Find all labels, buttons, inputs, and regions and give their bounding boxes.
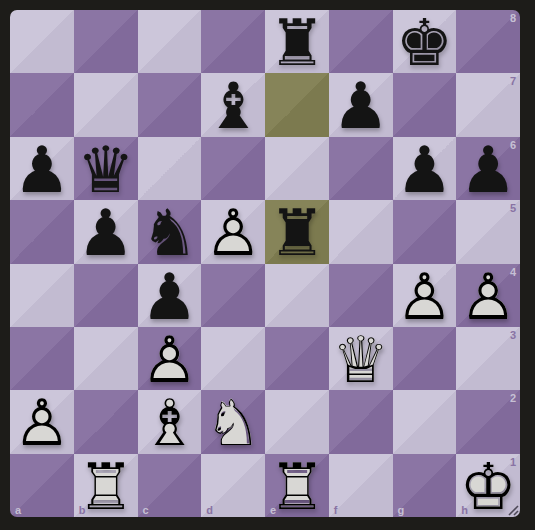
square-e4[interactable] xyxy=(265,264,329,327)
white-pawn-icon[interactable]: ♟♙ xyxy=(138,327,202,390)
square-c4[interactable]: ♟ xyxy=(138,264,202,327)
square-h7[interactable]: 7 xyxy=(456,73,520,136)
square-b7[interactable] xyxy=(74,73,138,136)
white-bishop-icon[interactable]: ♝♗ xyxy=(138,390,202,453)
white-pawn-icon[interactable]: ♟♙ xyxy=(201,200,265,263)
square-a7[interactable] xyxy=(10,73,74,136)
black-king-icon[interactable]: ♚ xyxy=(393,10,457,73)
white-pawn-icon[interactable]: ♟♙ xyxy=(456,264,520,327)
square-g8[interactable]: ♚ xyxy=(393,10,457,73)
square-d4[interactable] xyxy=(201,264,265,327)
board-resize-handle-icon[interactable] xyxy=(506,503,519,516)
square-e5[interactable]: ♜ xyxy=(265,200,329,263)
square-a8[interactable] xyxy=(10,10,74,73)
square-b8[interactable] xyxy=(74,10,138,73)
square-d3[interactable] xyxy=(201,327,265,390)
black-pawn-icon[interactable]: ♟ xyxy=(138,264,202,327)
square-g2[interactable] xyxy=(393,390,457,453)
square-c7[interactable] xyxy=(138,73,202,136)
black-queen-icon[interactable]: ♛ xyxy=(74,137,138,200)
square-h6[interactable]: 6♟ xyxy=(456,137,520,200)
white-pawn-icon[interactable]: ♟♙ xyxy=(10,390,74,453)
chess-board: ♜♚8♝♟7♟♛♟6♟♟♞♟♙♜5♟♟♙4♟♙♟♙♛♕3♟♙♝♗♞♘2ab♜♖c… xyxy=(10,10,520,517)
square-c5[interactable]: ♞ xyxy=(138,200,202,263)
square-b6[interactable]: ♛ xyxy=(74,137,138,200)
square-f8[interactable] xyxy=(329,10,393,73)
square-f4[interactable] xyxy=(329,264,393,327)
black-knight-icon[interactable]: ♞ xyxy=(138,200,202,263)
square-c2[interactable]: ♝♗ xyxy=(138,390,202,453)
square-b3[interactable] xyxy=(74,327,138,390)
white-knight-icon[interactable]: ♞♘ xyxy=(201,390,265,453)
square-b5[interactable]: ♟ xyxy=(74,200,138,263)
black-rook-icon[interactable]: ♜ xyxy=(265,200,329,263)
square-h4[interactable]: 4♟♙ xyxy=(456,264,520,327)
black-pawn-icon[interactable]: ♟ xyxy=(329,73,393,136)
square-h8[interactable]: 8 xyxy=(456,10,520,73)
white-pawn-icon[interactable]: ♟♙ xyxy=(393,264,457,327)
square-d8[interactable] xyxy=(201,10,265,73)
square-a6[interactable]: ♟ xyxy=(10,137,74,200)
square-a3[interactable] xyxy=(10,327,74,390)
square-a4[interactable] xyxy=(10,264,74,327)
white-rook-icon[interactable]: ♜♖ xyxy=(74,454,138,517)
square-f6[interactable] xyxy=(329,137,393,200)
square-f1[interactable]: f xyxy=(329,454,393,517)
square-e1[interactable]: e♜♖ xyxy=(265,454,329,517)
square-a5[interactable] xyxy=(10,200,74,263)
rank-label-7: 7 xyxy=(510,75,516,87)
square-b2[interactable] xyxy=(74,390,138,453)
white-rook-icon[interactable]: ♜♖ xyxy=(265,454,329,517)
square-b1[interactable]: b♜♖ xyxy=(74,454,138,517)
square-c1[interactable]: c xyxy=(138,454,202,517)
square-g6[interactable]: ♟ xyxy=(393,137,457,200)
rank-label-5: 5 xyxy=(510,202,516,214)
square-g1[interactable]: g xyxy=(393,454,457,517)
square-b4[interactable] xyxy=(74,264,138,327)
square-f7[interactable]: ♟ xyxy=(329,73,393,136)
white-queen-icon[interactable]: ♛♕ xyxy=(329,327,393,390)
square-e8[interactable]: ♜ xyxy=(265,10,329,73)
file-label-a: a xyxy=(15,504,21,516)
square-h2[interactable]: 2 xyxy=(456,390,520,453)
square-a2[interactable]: ♟♙ xyxy=(10,390,74,453)
black-pawn-icon[interactable]: ♟ xyxy=(393,137,457,200)
square-c3[interactable]: ♟♙ xyxy=(138,327,202,390)
rank-label-2: 2 xyxy=(510,392,516,404)
black-rook-icon[interactable]: ♜ xyxy=(265,10,329,73)
file-label-f: f xyxy=(334,504,338,516)
square-g3[interactable] xyxy=(393,327,457,390)
file-label-c: c xyxy=(143,504,149,516)
square-a1[interactable]: a xyxy=(10,454,74,517)
square-d2[interactable]: ♞♘ xyxy=(201,390,265,453)
square-e7[interactable] xyxy=(265,73,329,136)
square-c6[interactable] xyxy=(138,137,202,200)
square-f3[interactable]: ♛♕ xyxy=(329,327,393,390)
square-h5[interactable]: 5 xyxy=(456,200,520,263)
black-pawn-icon[interactable]: ♟ xyxy=(456,137,520,200)
square-c8[interactable] xyxy=(138,10,202,73)
rank-label-3: 3 xyxy=(510,329,516,341)
rank-label-8: 8 xyxy=(510,12,516,24)
square-e6[interactable] xyxy=(265,137,329,200)
square-d7[interactable]: ♝ xyxy=(201,73,265,136)
black-pawn-icon[interactable]: ♟ xyxy=(10,137,74,200)
square-f2[interactable] xyxy=(329,390,393,453)
square-h3[interactable]: 3 xyxy=(456,327,520,390)
square-g7[interactable] xyxy=(393,73,457,136)
square-d5[interactable]: ♟♙ xyxy=(201,200,265,263)
file-label-d: d xyxy=(206,504,213,516)
square-f5[interactable] xyxy=(329,200,393,263)
square-g4[interactable]: ♟♙ xyxy=(393,264,457,327)
square-e3[interactable] xyxy=(265,327,329,390)
square-d6[interactable] xyxy=(201,137,265,200)
black-bishop-icon[interactable]: ♝ xyxy=(201,73,265,136)
black-pawn-icon[interactable]: ♟ xyxy=(74,200,138,263)
app-window: ♜♚8♝♟7♟♛♟6♟♟♞♟♙♜5♟♟♙4♟♙♟♙♛♕3♟♙♝♗♞♘2ab♜♖c… xyxy=(0,0,535,530)
square-e2[interactable] xyxy=(265,390,329,453)
square-d1[interactable]: d xyxy=(201,454,265,517)
file-label-g: g xyxy=(398,504,405,516)
square-g5[interactable] xyxy=(393,200,457,263)
